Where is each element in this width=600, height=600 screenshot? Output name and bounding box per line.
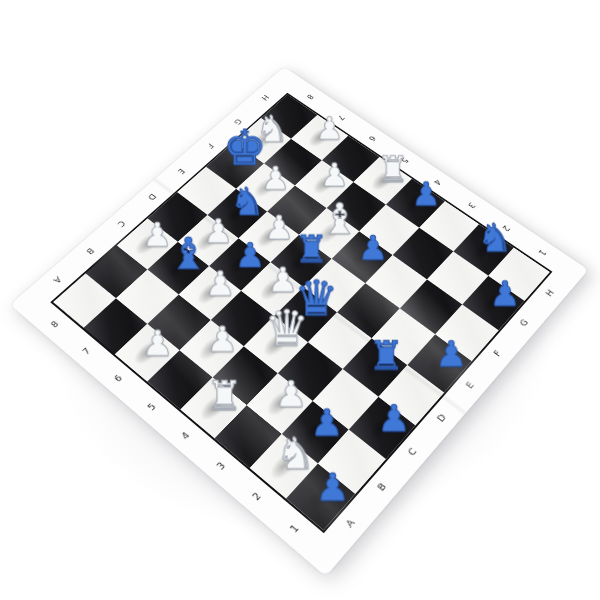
piece-blue-knight-h2[interactable]: ♞ <box>473 200 516 257</box>
piece-blue-pawn-c1[interactable]: ♟ <box>370 374 418 437</box>
piece-blue-pawn-g1[interactable]: ♟ <box>483 252 528 311</box>
piece-white-pawn-g6[interactable]: ♟ <box>314 136 356 191</box>
piece-blue-pawn-h4[interactable]: ♟ <box>405 155 447 211</box>
piece-white-pawn-b5[interactable]: ♟ <box>200 297 246 357</box>
piece-white-pawn-a6[interactable]: ♟ <box>135 300 181 360</box>
piece-white-rook-a4[interactable]: ♜ <box>201 354 248 416</box>
piece-blue-rook-d2[interactable]: ♜ <box>363 315 409 376</box>
piece-blue-pawn-f4[interactable]: ♟ <box>351 207 394 264</box>
piece-white-queen-c4[interactable]: ♛ <box>264 293 310 353</box>
piece-blue-pawn-e1[interactable]: ♟ <box>428 311 474 372</box>
piece-blue-pawn-a1[interactable]: ♟ <box>308 441 357 506</box>
piece-white-pawn-c6[interactable]: ♟ <box>198 242 242 300</box>
photo-scene: ABCDEFGH ABCDEFGH 12345678 12345678 ♟♚♞♝… <box>0 0 600 600</box>
